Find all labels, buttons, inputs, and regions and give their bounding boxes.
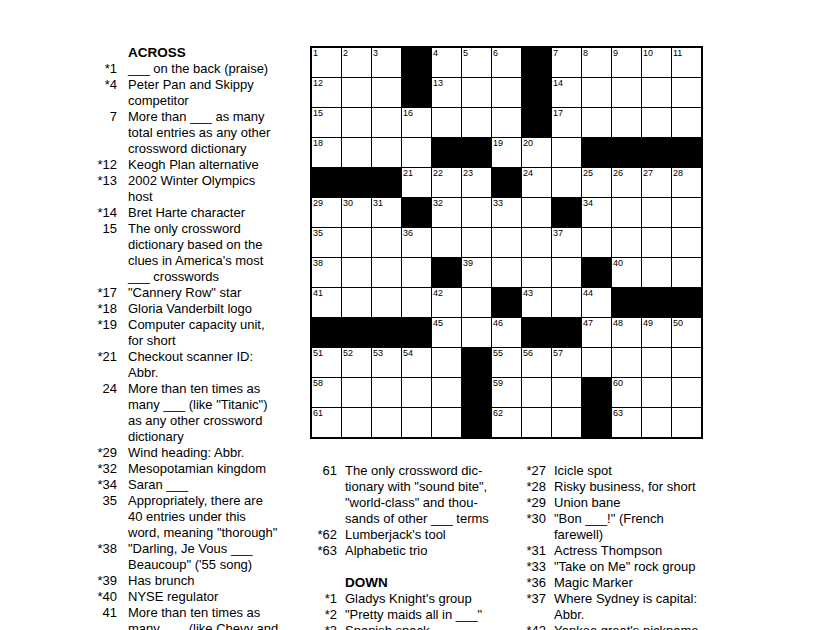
white-cell[interactable] — [522, 198, 551, 227]
clue-number: *28 — [520, 479, 546, 495]
clue-text: "Pretty maids all in ___" — [345, 607, 528, 623]
white-cell[interactable]: 51 — [312, 348, 341, 377]
white-cell[interactable]: 25 — [582, 168, 611, 197]
clue-item: *39Has brunch — [85, 573, 313, 589]
clue-number: *4 — [85, 77, 117, 109]
white-cell[interactable]: 1 — [312, 48, 341, 77]
cell-number: 62 — [493, 408, 503, 418]
white-cell[interactable]: 42 — [432, 288, 461, 317]
across-clue-list: *1___ on the back (praise)*4Peter Pan an… — [85, 61, 313, 630]
clue-number: *37 — [520, 591, 546, 623]
white-cell[interactable] — [642, 258, 671, 287]
cell-number: 27 — [643, 168, 653, 178]
clue-text: Spanish snack — [345, 623, 528, 630]
white-cell[interactable] — [672, 198, 701, 227]
white-cell[interactable] — [462, 228, 491, 257]
white-cell[interactable] — [582, 108, 611, 137]
black-cell — [552, 318, 581, 347]
white-cell[interactable] — [612, 108, 641, 137]
white-cell[interactable] — [342, 408, 371, 437]
white-cell[interactable] — [642, 78, 671, 107]
cell-number: 32 — [433, 198, 443, 208]
clue-text: More than ___ as many total entries as a… — [128, 109, 312, 157]
white-cell[interactable] — [672, 378, 701, 407]
black-cell — [312, 168, 341, 197]
cell-number: 59 — [493, 378, 503, 388]
white-cell[interactable] — [672, 258, 701, 287]
clue-number: *33 — [520, 559, 546, 575]
white-cell[interactable] — [462, 108, 491, 137]
white-cell[interactable]: 14 — [552, 78, 581, 107]
down-clue-list-continued: *27Icicle spot*28Risky business, for sho… — [520, 463, 752, 630]
white-cell[interactable] — [552, 168, 581, 197]
cell-number: 2 — [343, 48, 348, 58]
clue-number: *42 — [520, 623, 546, 630]
black-cell — [672, 288, 701, 317]
cell-number: 51 — [313, 348, 323, 358]
white-cell[interactable] — [402, 138, 431, 167]
white-cell[interactable]: 22 — [432, 168, 461, 197]
white-cell[interactable] — [372, 378, 401, 407]
cell-number: 34 — [583, 198, 593, 208]
cell-number: 8 — [583, 48, 588, 58]
clue-number: *12 — [85, 157, 117, 173]
clue-number: *34 — [85, 477, 117, 493]
across-clues-column: ACROSS *1___ on the back (praise)*4Peter… — [85, 45, 313, 630]
cell-number: 44 — [583, 288, 593, 298]
clue-item: 7More than ___ as many total entries as … — [85, 109, 313, 157]
cell-number: 23 — [463, 168, 473, 178]
white-cell[interactable]: 43 — [522, 288, 551, 317]
cell-number: 40 — [613, 258, 623, 268]
white-cell[interactable]: 5 — [462, 48, 491, 77]
cell-number: 9 — [613, 48, 618, 58]
clue-text: Checkout scanner ID: Abbr. — [128, 349, 312, 381]
cell-number: 61 — [313, 408, 323, 418]
cell-number: 33 — [493, 198, 503, 208]
white-cell[interactable]: 52 — [342, 348, 371, 377]
across-clue-list-continued: 61The only crossword dic- tionary with "… — [310, 463, 528, 559]
white-cell[interactable]: 24 — [522, 168, 551, 197]
black-cell — [552, 198, 581, 227]
white-cell[interactable] — [672, 408, 701, 437]
white-cell[interactable]: 19 — [492, 138, 521, 167]
clue-number: *29 — [520, 495, 546, 511]
down-heading: DOWN — [345, 575, 528, 591]
black-cell — [432, 138, 461, 167]
white-cell[interactable] — [342, 138, 371, 167]
clue-item: *21Checkout scanner ID: Abbr. — [85, 349, 313, 381]
white-cell[interactable]: 53 — [372, 348, 401, 377]
cell-number: 13 — [433, 78, 443, 88]
clue-text: More than ten times as many ___ (like Ch… — [128, 605, 312, 630]
cell-number: 53 — [373, 348, 383, 358]
clue-number: *29 — [85, 445, 117, 461]
white-cell[interactable] — [372, 78, 401, 107]
white-cell[interactable]: 49 — [642, 318, 671, 347]
black-cell — [582, 138, 611, 167]
black-cell — [462, 348, 491, 377]
white-cell[interactable]: 34 — [582, 198, 611, 227]
clue-number: *40 — [85, 589, 117, 605]
white-cell[interactable]: 29 — [312, 198, 341, 227]
white-cell[interactable]: 18 — [312, 138, 341, 167]
white-cell[interactable]: 47 — [582, 318, 611, 347]
cell-number: 43 — [523, 288, 533, 298]
white-cell[interactable]: 58 — [312, 378, 341, 407]
cell-number: 12 — [313, 78, 323, 88]
clue-text: Yankee great's nickname — [554, 623, 752, 630]
white-cell[interactable] — [432, 378, 461, 407]
white-cell[interactable]: 26 — [612, 168, 641, 197]
clue-number: *27 — [520, 463, 546, 479]
white-cell[interactable]: 44 — [582, 288, 611, 317]
white-cell[interactable] — [342, 78, 371, 107]
white-cell[interactable]: 33 — [492, 198, 521, 227]
white-cell[interactable] — [372, 408, 401, 437]
white-cell[interactable]: 4 — [432, 48, 461, 77]
white-cell[interactable]: 48 — [612, 318, 641, 347]
clue-number: *1 — [85, 61, 117, 77]
white-cell[interactable] — [462, 318, 491, 347]
white-cell[interactable]: 46 — [492, 318, 521, 347]
white-cell[interactable] — [402, 408, 431, 437]
white-cell[interactable] — [462, 198, 491, 227]
clue-item: *2"Pretty maids all in ___" — [310, 607, 528, 623]
clue-item: *29Wind heading: Abbr. — [85, 445, 313, 461]
clue-item: *19Computer capacity unit, for short — [85, 317, 313, 349]
clue-number: *36 — [520, 575, 546, 591]
white-cell[interactable] — [402, 258, 431, 287]
clue-item: *132002 Winter Olympics host — [85, 173, 313, 205]
white-cell[interactable] — [492, 258, 521, 287]
white-cell[interactable]: 13 — [432, 78, 461, 107]
black-cell — [522, 48, 551, 77]
white-cell[interactable] — [582, 78, 611, 107]
clue-text: Icicle spot — [554, 463, 752, 479]
cell-number: 36 — [403, 228, 413, 238]
black-cell — [582, 408, 611, 437]
white-cell[interactable] — [372, 108, 401, 137]
black-cell — [402, 198, 431, 227]
white-cell[interactable] — [522, 408, 551, 437]
clue-item: 41More than ten times as many ___ (like … — [85, 605, 313, 630]
cell-number: 22 — [433, 168, 443, 178]
black-cell — [492, 288, 521, 317]
clue-item: *62Lumberjack's tool — [310, 527, 528, 543]
cell-number: 3 — [373, 48, 378, 58]
clue-text: The only crossword dictionary based on t… — [128, 221, 312, 285]
white-cell[interactable]: 3 — [372, 48, 401, 77]
black-cell — [522, 318, 551, 347]
white-cell[interactable] — [432, 408, 461, 437]
white-cell[interactable]: 40 — [612, 258, 641, 287]
white-cell[interactable] — [672, 228, 701, 257]
white-cell[interactable] — [672, 108, 701, 137]
white-cell[interactable]: 60 — [612, 378, 641, 407]
white-cell[interactable] — [372, 258, 401, 287]
clue-item: *17"Cannery Row" star — [85, 285, 313, 301]
clue-number: *2 — [310, 607, 337, 623]
cell-number: 42 — [433, 288, 443, 298]
clue-item: *37Where Sydney is capital: Abbr. — [520, 591, 752, 623]
white-cell[interactable] — [642, 228, 671, 257]
cell-number: 63 — [613, 408, 623, 418]
white-cell[interactable]: 37 — [552, 228, 581, 257]
clue-number: *14 — [85, 205, 117, 221]
crossword-grid: 1234567891011121314151617181920212223242… — [310, 46, 703, 439]
white-cell[interactable] — [342, 378, 371, 407]
clue-number: *18 — [85, 301, 117, 317]
black-cell — [672, 138, 701, 167]
white-cell[interactable] — [432, 228, 461, 257]
white-cell[interactable]: 38 — [312, 258, 341, 287]
black-cell — [522, 78, 551, 107]
clue-number: *3 — [310, 623, 337, 630]
clue-item: *29Union bane — [520, 495, 752, 511]
white-cell[interactable] — [642, 108, 671, 137]
clue-item: *28Risky business, for short — [520, 479, 752, 495]
clue-item: 35Appropriately, there are 40 entries un… — [85, 493, 313, 541]
black-cell — [462, 378, 491, 407]
clue-item: 24More than ten times as many ___ (like … — [85, 381, 313, 445]
white-cell[interactable]: 2 — [342, 48, 371, 77]
white-cell[interactable] — [582, 228, 611, 257]
white-cell[interactable] — [342, 288, 371, 317]
white-cell[interactable] — [552, 408, 581, 437]
white-cell[interactable]: 7 — [552, 48, 581, 77]
white-cell[interactable] — [522, 258, 551, 287]
white-cell[interactable] — [612, 198, 641, 227]
white-cell[interactable]: 31 — [372, 198, 401, 227]
white-cell[interactable]: 56 — [522, 348, 551, 377]
white-cell[interactable] — [642, 348, 671, 377]
black-cell — [612, 288, 641, 317]
black-cell — [402, 318, 431, 347]
white-cell[interactable]: 59 — [492, 378, 521, 407]
cell-number: 46 — [493, 318, 503, 328]
white-cell[interactable]: 62 — [492, 408, 521, 437]
white-cell[interactable]: 54 — [402, 348, 431, 377]
clue-number: 24 — [85, 381, 117, 445]
white-cell[interactable]: 20 — [522, 138, 551, 167]
clue-item: *30"Bon ___!" (French farewell) — [520, 511, 752, 543]
cell-number: 48 — [613, 318, 623, 328]
white-cell[interactable]: 28 — [672, 168, 701, 197]
clue-text: Magic Marker — [554, 575, 752, 591]
white-cell[interactable]: 63 — [612, 408, 641, 437]
clue-item: *1___ on the back (praise) — [85, 61, 313, 77]
white-cell[interactable]: 57 — [552, 348, 581, 377]
white-cell[interactable]: 23 — [462, 168, 491, 197]
white-cell[interactable] — [672, 78, 701, 107]
white-cell[interactable] — [492, 78, 521, 107]
white-cell[interactable]: 21 — [402, 168, 431, 197]
white-cell[interactable]: 41 — [312, 288, 341, 317]
clue-text: Union bane — [554, 495, 752, 511]
clue-text: Gladys Knight's group — [345, 591, 528, 607]
cell-number: 30 — [343, 198, 353, 208]
white-cell[interactable] — [552, 258, 581, 287]
white-cell[interactable] — [432, 108, 461, 137]
white-cell[interactable] — [462, 78, 491, 107]
clue-item: *34Saran ___ — [85, 477, 313, 493]
clue-text: Saran ___ — [128, 477, 312, 493]
white-cell[interactable]: 61 — [312, 408, 341, 437]
white-cell[interactable]: 36 — [402, 228, 431, 257]
white-cell[interactable]: 30 — [342, 198, 371, 227]
clue-text: 2002 Winter Olympics host — [128, 173, 312, 205]
white-cell[interactable] — [492, 228, 521, 257]
clue-number: *1 — [310, 591, 337, 607]
clue-text: Gloria Vanderbilt logo — [128, 301, 312, 317]
cell-number: 21 — [403, 168, 413, 178]
white-cell[interactable]: 8 — [582, 48, 611, 77]
clue-text: "Cannery Row" star — [128, 285, 312, 301]
white-cell[interactable] — [552, 378, 581, 407]
white-cell[interactable] — [372, 228, 401, 257]
clue-number: *21 — [85, 349, 117, 381]
clue-number: *63 — [310, 543, 337, 559]
cell-number: 55 — [493, 348, 503, 358]
black-cell — [462, 408, 491, 437]
white-cell[interactable]: 15 — [312, 108, 341, 137]
clue-item: *38"Darling, Je Vous ___ Beaucoup" ('55 … — [85, 541, 313, 573]
white-cell[interactable]: 9 — [612, 48, 641, 77]
white-cell[interactable]: 27 — [642, 168, 671, 197]
white-cell[interactable] — [642, 408, 671, 437]
white-cell[interactable] — [402, 288, 431, 317]
clue-text: Has brunch — [128, 573, 312, 589]
white-cell[interactable] — [402, 378, 431, 407]
white-cell[interactable] — [552, 138, 581, 167]
white-cell[interactable]: 50 — [672, 318, 701, 347]
black-cell — [582, 258, 611, 287]
white-cell[interactable]: 35 — [312, 228, 341, 257]
cell-number: 60 — [613, 378, 623, 388]
clue-number: 15 — [85, 221, 117, 285]
clue-text: ___ on the back (praise) — [128, 61, 312, 77]
clue-item: *32Mesopotamian kingdom — [85, 461, 313, 477]
white-cell[interactable] — [612, 228, 641, 257]
clue-item: *40NYSE regulator — [85, 589, 313, 605]
clue-number: *19 — [85, 317, 117, 349]
clue-text: Wind heading: Abbr. — [128, 445, 312, 461]
white-cell[interactable] — [492, 108, 521, 137]
white-cell[interactable]: 32 — [432, 198, 461, 227]
white-cell[interactable] — [612, 78, 641, 107]
white-cell[interactable] — [342, 258, 371, 287]
cell-number: 19 — [493, 138, 503, 148]
white-cell[interactable] — [522, 378, 551, 407]
cell-number: 18 — [313, 138, 323, 148]
clue-number: *39 — [85, 573, 117, 589]
white-cell[interactable] — [612, 348, 641, 377]
white-cell[interactable] — [372, 138, 401, 167]
cell-number: 16 — [403, 108, 413, 118]
clue-number: *31 — [520, 543, 546, 559]
clue-number: *17 — [85, 285, 117, 301]
down-clues-column: *27Icicle spot*28Risky business, for sho… — [520, 463, 752, 630]
white-cell[interactable]: 16 — [402, 108, 431, 137]
cell-number: 45 — [433, 318, 443, 328]
cell-number: 31 — [373, 198, 383, 208]
cell-number: 58 — [313, 378, 323, 388]
clue-number: 7 — [85, 109, 117, 157]
cell-number: 49 — [643, 318, 653, 328]
clue-item: *27Icicle spot — [520, 463, 752, 479]
clue-text: More than ten times as many ___ (like "T… — [128, 381, 312, 445]
white-cell[interactable] — [582, 348, 611, 377]
white-cell[interactable]: 11 — [672, 48, 701, 77]
white-cell[interactable] — [642, 378, 671, 407]
clue-number: 61 — [310, 463, 337, 527]
clue-text: "Darling, Je Vous ___ Beaucoup" ('55 son… — [128, 541, 312, 573]
white-cell[interactable] — [342, 228, 371, 257]
white-cell[interactable] — [372, 288, 401, 317]
clue-text: Appropriately, there are 40 entries unde… — [128, 493, 312, 541]
white-cell[interactable]: 17 — [552, 108, 581, 137]
white-cell[interactable]: 6 — [492, 48, 521, 77]
cell-number: 54 — [403, 348, 413, 358]
white-cell[interactable] — [432, 348, 461, 377]
cell-number: 14 — [553, 78, 563, 88]
white-cell[interactable]: 55 — [492, 348, 521, 377]
black-cell — [462, 138, 491, 167]
cell-number: 47 — [583, 318, 593, 328]
white-cell[interactable]: 12 — [312, 78, 341, 107]
black-cell — [642, 288, 671, 317]
white-cell[interactable]: 39 — [462, 258, 491, 287]
clue-text: Computer capacity unit, for short — [128, 317, 312, 349]
white-cell[interactable] — [552, 288, 581, 317]
cell-number: 5 — [463, 48, 468, 58]
cell-number: 26 — [613, 168, 623, 178]
white-cell[interactable]: 45 — [432, 318, 461, 347]
black-cell — [582, 378, 611, 407]
white-cell[interactable] — [342, 108, 371, 137]
cell-number: 50 — [673, 318, 683, 328]
white-cell[interactable] — [522, 228, 551, 257]
black-cell — [492, 168, 521, 197]
clue-number: *62 — [310, 527, 337, 543]
black-cell — [612, 138, 641, 167]
cell-number: 35 — [313, 228, 323, 238]
clue-item: 15The only crossword dictionary based on… — [85, 221, 313, 285]
white-cell[interactable] — [642, 198, 671, 227]
black-cell — [522, 108, 551, 137]
white-cell[interactable] — [672, 348, 701, 377]
black-cell — [402, 78, 431, 107]
cell-number: 20 — [523, 138, 533, 148]
black-cell — [342, 318, 371, 347]
clue-item: *1Gladys Knight's group — [310, 591, 528, 607]
clue-number: *13 — [85, 173, 117, 205]
clue-item: *12Keogh Plan alternative — [85, 157, 313, 173]
white-cell[interactable]: 10 — [642, 48, 671, 77]
across-heading: ACROSS — [128, 45, 313, 61]
clue-number: *30 — [520, 511, 546, 543]
white-cell[interactable] — [462, 288, 491, 317]
cell-number: 52 — [343, 348, 353, 358]
clue-text: Bret Harte character — [128, 205, 312, 221]
cell-number: 4 — [433, 48, 438, 58]
cell-number: 7 — [553, 48, 558, 58]
black-cell — [402, 48, 431, 77]
cell-number: 25 — [583, 168, 593, 178]
cell-number: 29 — [313, 198, 323, 208]
clue-text: NYSE regulator — [128, 589, 312, 605]
